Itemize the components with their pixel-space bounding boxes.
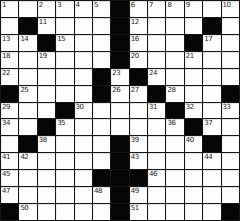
white-cell-r6c6[interactable] xyxy=(111,103,128,119)
black-cell-r2c10 xyxy=(185,35,202,51)
clue-number: 40 xyxy=(186,136,194,144)
black-cell-r5c0 xyxy=(1,86,18,102)
white-cell-r11c9[interactable] xyxy=(166,187,183,203)
black-cell-r7c10 xyxy=(185,119,202,135)
white-cell-r12c11[interactable] xyxy=(203,204,220,220)
white-cell-r3c12[interactable] xyxy=(222,52,239,68)
white-cell-r5c7[interactable]: 27 xyxy=(130,86,147,102)
white-cell-r12c3[interactable] xyxy=(56,204,73,220)
white-cell-r0c7[interactable]: 6 xyxy=(130,1,147,17)
clue-number: 17 xyxy=(204,35,212,43)
white-cell-r9c9[interactable] xyxy=(166,153,183,169)
clue-number: 3 xyxy=(57,1,61,9)
white-cell-r7c11[interactable]: 37 xyxy=(203,119,220,135)
clue-number: 9 xyxy=(186,1,190,9)
white-cell-r7c6[interactable] xyxy=(111,119,128,135)
white-cell-r6c10[interactable]: 32 xyxy=(185,103,202,119)
white-cell-r5c2[interactable] xyxy=(38,86,55,102)
white-cell-r8c5[interactable] xyxy=(93,136,110,152)
white-cell-r6c2[interactable] xyxy=(38,103,55,119)
white-cell-r10c2[interactable] xyxy=(38,170,55,186)
white-cell-r3c5[interactable] xyxy=(93,52,110,68)
white-cell-r11c7[interactable]: 49 xyxy=(130,187,147,203)
white-cell-r2c7[interactable]: 16 xyxy=(130,35,147,51)
white-cell-r11c5[interactable]: 48 xyxy=(93,187,110,203)
white-cell-r3c4[interactable] xyxy=(75,52,92,68)
white-cell-r11c4[interactable] xyxy=(75,187,92,203)
clue-number: 24 xyxy=(149,69,157,77)
white-cell-r7c7[interactable] xyxy=(130,119,147,135)
white-cell-r0c2[interactable]: 2 xyxy=(38,1,55,17)
white-cell-r3c2[interactable]: 19 xyxy=(38,52,55,68)
white-cell-r11c2[interactable] xyxy=(38,187,55,203)
white-cell-r7c1[interactable] xyxy=(19,119,36,135)
clue-number: 34 xyxy=(2,119,10,127)
white-cell-r6c4[interactable]: 30 xyxy=(75,103,92,119)
white-cell-r11c12[interactable] xyxy=(222,187,239,203)
white-cell-r9c1[interactable]: 42 xyxy=(19,153,36,169)
white-cell-r2c5[interactable] xyxy=(93,35,110,51)
black-cell-r6c3 xyxy=(56,103,73,119)
black-cell-r3c6 xyxy=(111,52,128,68)
white-cell-r5c4[interactable] xyxy=(75,86,92,102)
clue-number: 20 xyxy=(131,52,139,60)
white-cell-r5c1[interactable]: 25 xyxy=(19,86,36,102)
clue-number: 43 xyxy=(131,153,139,161)
white-cell-r0c11[interactable] xyxy=(203,1,220,17)
black-cell-r10c7 xyxy=(130,170,147,186)
white-cell-r10c1[interactable] xyxy=(19,170,36,186)
white-cell-r9c12[interactable] xyxy=(222,153,239,169)
white-cell-r6c8[interactable]: 31 xyxy=(148,103,165,119)
white-cell-r4c1[interactable] xyxy=(19,69,36,85)
white-cell-r9c10[interactable] xyxy=(185,153,202,169)
clue-number: 23 xyxy=(112,69,120,77)
clue-number: 25 xyxy=(20,86,28,94)
white-cell-r9c7[interactable]: 43 xyxy=(130,153,147,169)
white-cell-r11c0[interactable]: 47 xyxy=(1,187,18,203)
clue-number: 2 xyxy=(39,1,43,9)
clue-number: 22 xyxy=(2,69,10,77)
white-cell-r1c3[interactable] xyxy=(56,18,73,34)
black-cell-r1c6 xyxy=(111,18,128,34)
white-cell-r4c0[interactable]: 22 xyxy=(1,69,18,85)
white-cell-r2c0[interactable]: 13 xyxy=(1,35,18,51)
black-cell-r4c5 xyxy=(93,69,110,85)
white-cell-r0c4[interactable]: 4 xyxy=(75,1,92,17)
white-cell-r0c12[interactable]: 10 xyxy=(222,1,239,17)
white-cell-r11c11[interactable] xyxy=(203,187,220,203)
black-cell-r12c0 xyxy=(1,204,18,220)
black-cell-r7c2 xyxy=(38,119,55,135)
white-cell-r5c6[interactable]: 26 xyxy=(111,86,128,102)
white-cell-r6c11[interactable] xyxy=(203,103,220,119)
white-cell-r9c5[interactable] xyxy=(93,153,110,169)
black-cell-r1c1 xyxy=(19,18,36,34)
white-cell-r11c1[interactable] xyxy=(19,187,36,203)
clue-number: 33 xyxy=(223,103,231,111)
white-cell-r2c4[interactable] xyxy=(75,35,92,51)
clue-number: 27 xyxy=(131,86,139,94)
white-cell-r12c1[interactable]: 50 xyxy=(19,204,36,220)
white-cell-r4c6[interactable]: 23 xyxy=(111,69,128,85)
white-cell-r7c9[interactable]: 36 xyxy=(166,119,183,135)
clue-number: 37 xyxy=(204,119,212,127)
white-cell-r2c11[interactable]: 17 xyxy=(203,35,220,51)
clue-number: 51 xyxy=(131,204,139,212)
white-cell-r0c1[interactable] xyxy=(19,1,36,17)
white-cell-r4c10[interactable] xyxy=(185,69,202,85)
white-cell-r10c11[interactable] xyxy=(203,170,220,186)
clue-number: 48 xyxy=(94,187,102,195)
white-cell-r6c1[interactable] xyxy=(19,103,36,119)
white-cell-r10c8[interactable]: 46 xyxy=(148,170,165,186)
white-cell-r11c8[interactable] xyxy=(148,187,165,203)
black-cell-r12c12 xyxy=(222,204,239,220)
clue-number: 10 xyxy=(223,1,231,9)
clue-number: 14 xyxy=(20,35,28,43)
white-cell-r8c2[interactable]: 38 xyxy=(38,136,55,152)
white-cell-r2c12[interactable] xyxy=(222,35,239,51)
white-cell-r6c5[interactable] xyxy=(93,103,110,119)
clue-number: 6 xyxy=(131,1,135,9)
white-cell-r5c11[interactable] xyxy=(203,86,220,102)
white-cell-r3c9[interactable] xyxy=(166,52,183,68)
white-cell-r0c5[interactable]: 5 xyxy=(93,1,110,17)
white-cell-r8c8[interactable] xyxy=(148,136,165,152)
clue-number: 41 xyxy=(2,153,10,161)
clue-number: 36 xyxy=(167,119,175,127)
white-cell-r2c1[interactable]: 14 xyxy=(19,35,36,51)
clue-number: 44 xyxy=(204,153,212,161)
black-cell-r5c5 xyxy=(93,86,110,102)
white-cell-r12c5[interactable] xyxy=(93,204,110,220)
white-cell-r7c12[interactable] xyxy=(222,119,239,135)
white-cell-r10c3[interactable] xyxy=(56,170,73,186)
white-cell-r1c5[interactable] xyxy=(93,18,110,34)
white-cell-r4c4[interactable] xyxy=(75,69,92,85)
white-cell-r4c8[interactable]: 24 xyxy=(148,69,165,85)
white-cell-r7c4[interactable] xyxy=(75,119,92,135)
black-cell-r8c11 xyxy=(203,136,220,152)
clue-number: 46 xyxy=(149,170,157,178)
black-cell-r11c6 xyxy=(111,187,128,203)
black-cell-r2c6 xyxy=(111,35,128,51)
clue-number: 16 xyxy=(131,35,139,43)
black-cell-r8c6 xyxy=(111,136,128,152)
white-cell-r7c8[interactable] xyxy=(148,119,165,135)
clue-number: 19 xyxy=(39,52,47,60)
white-cell-r7c3[interactable]: 35 xyxy=(56,119,73,135)
white-cell-r3c11[interactable] xyxy=(203,52,220,68)
white-cell-r7c0[interactable]: 34 xyxy=(1,119,18,135)
white-cell-r8c12[interactable] xyxy=(222,136,239,152)
white-cell-r8c4[interactable] xyxy=(75,136,92,152)
white-cell-r1c10[interactable] xyxy=(185,18,202,34)
clue-number: 49 xyxy=(131,187,139,195)
white-cell-r5c9[interactable]: 28 xyxy=(166,86,183,102)
black-cell-r10c5 xyxy=(93,170,110,186)
white-cell-r2c8[interactable] xyxy=(148,35,165,51)
black-cell-r8c1 xyxy=(19,136,36,152)
white-cell-r8c7[interactable]: 39 xyxy=(130,136,147,152)
white-cell-r9c11[interactable]: 44 xyxy=(203,153,220,169)
white-cell-r0c3[interactable]: 3 xyxy=(56,1,73,17)
clue-number: 38 xyxy=(39,136,47,144)
clue-number: 35 xyxy=(57,119,65,127)
white-cell-r1c8[interactable] xyxy=(148,18,165,34)
black-cell-r5c12 xyxy=(222,86,239,102)
white-cell-r1c7[interactable]: 12 xyxy=(130,18,147,34)
white-cell-r1c4[interactable] xyxy=(75,18,92,34)
white-cell-r3c8[interactable] xyxy=(148,52,165,68)
white-cell-r9c4[interactable] xyxy=(75,153,92,169)
white-cell-r3c0[interactable]: 18 xyxy=(1,52,18,68)
white-cell-r10c0[interactable]: 45 xyxy=(1,170,18,186)
white-cell-r12c2[interactable] xyxy=(38,204,55,220)
clue-number: 45 xyxy=(2,170,10,178)
clue-number: 1 xyxy=(2,1,6,9)
clue-number: 42 xyxy=(20,153,28,161)
clue-number: 29 xyxy=(2,103,10,111)
black-cell-r0c6 xyxy=(111,1,128,17)
white-cell-r8c10[interactable]: 40 xyxy=(185,136,202,152)
clue-number: 7 xyxy=(149,1,153,9)
white-cell-r7c5[interactable] xyxy=(93,119,110,135)
white-cell-r9c2[interactable] xyxy=(38,153,55,169)
clue-number: 50 xyxy=(20,204,28,212)
white-cell-r3c7[interactable]: 20 xyxy=(130,52,147,68)
clue-number: 39 xyxy=(131,136,139,144)
white-cell-r10c12[interactable] xyxy=(222,170,239,186)
black-cell-r12c6 xyxy=(111,204,128,220)
white-cell-r12c8[interactable] xyxy=(148,204,165,220)
white-cell-r4c12[interactable] xyxy=(222,69,239,85)
white-cell-r9c0[interactable]: 41 xyxy=(1,153,18,169)
white-cell-r0c10[interactable]: 9 xyxy=(185,1,202,17)
clue-number: 28 xyxy=(167,86,175,94)
white-cell-r0c8[interactable]: 7 xyxy=(148,1,165,17)
clue-number: 4 xyxy=(76,1,80,9)
white-cell-r10c10[interactable] xyxy=(185,170,202,186)
clue-number: 13 xyxy=(2,35,10,43)
white-cell-r11c10[interactable] xyxy=(185,187,202,203)
white-cell-r8c3[interactable] xyxy=(56,136,73,152)
black-cell-r9c6 xyxy=(111,153,128,169)
white-cell-r0c0[interactable]: 1 xyxy=(1,1,18,17)
white-cell-r12c4[interactable] xyxy=(75,204,92,220)
clue-number: 47 xyxy=(2,187,10,195)
white-cell-r0c9[interactable]: 8 xyxy=(166,1,183,17)
clue-number: 12 xyxy=(131,18,139,26)
white-cell-r11c3[interactable] xyxy=(56,187,73,203)
white-cell-r12c7[interactable]: 51 xyxy=(130,204,147,220)
white-cell-r1c2[interactable]: 11 xyxy=(38,18,55,34)
clue-number: 18 xyxy=(2,52,10,60)
black-cell-r4c7 xyxy=(130,69,147,85)
white-cell-r5c3[interactable] xyxy=(56,86,73,102)
clue-number: 8 xyxy=(167,1,171,9)
white-cell-r10c9[interactable] xyxy=(166,170,183,186)
clue-number: 26 xyxy=(112,86,120,94)
white-cell-r3c3[interactable] xyxy=(56,52,73,68)
white-cell-r12c9[interactable] xyxy=(166,204,183,220)
clue-number: 21 xyxy=(186,52,194,60)
white-cell-r5c10[interactable] xyxy=(185,86,202,102)
black-cell-r5c8 xyxy=(148,86,165,102)
white-cell-r3c1[interactable] xyxy=(19,52,36,68)
white-cell-r9c3[interactable] xyxy=(56,153,73,169)
black-cell-r1c11 xyxy=(203,18,220,34)
white-cell-r6c0[interactable]: 29 xyxy=(1,103,18,119)
white-cell-r9c8[interactable] xyxy=(148,153,165,169)
white-cell-r1c9[interactable] xyxy=(166,18,183,34)
white-cell-r6c7[interactable] xyxy=(130,103,147,119)
white-cell-r10c4[interactable] xyxy=(75,170,92,186)
white-cell-r3c10[interactable]: 21 xyxy=(185,52,202,68)
white-cell-r4c9[interactable] xyxy=(166,69,183,85)
clue-number: 32 xyxy=(186,103,194,111)
white-cell-r12c10[interactable] xyxy=(185,204,202,220)
clue-number: 30 xyxy=(76,103,84,111)
black-cell-r6c9 xyxy=(166,103,183,119)
white-cell-r8c9[interactable] xyxy=(166,136,183,152)
clue-number: 31 xyxy=(149,103,157,111)
white-cell-r8c0[interactable] xyxy=(1,136,18,152)
black-cell-r10c6 xyxy=(111,170,128,186)
white-cell-r6c12[interactable]: 33 xyxy=(222,103,239,119)
white-cell-r1c0[interactable] xyxy=(1,18,18,34)
white-cell-r2c3[interactable]: 15 xyxy=(56,35,73,51)
clue-number: 15 xyxy=(57,35,65,43)
black-cell-r2c2 xyxy=(38,35,55,51)
white-cell-r4c2[interactable] xyxy=(38,69,55,85)
white-cell-r4c11[interactable] xyxy=(203,69,220,85)
clue-number: 5 xyxy=(94,1,98,9)
white-cell-r4c3[interactable] xyxy=(56,69,73,85)
clue-number: 11 xyxy=(39,18,47,26)
white-cell-r1c12[interactable] xyxy=(222,18,239,34)
crossword-grid: 1234567891011121314151617181920212223242… xyxy=(0,0,240,221)
white-cell-r2c9[interactable] xyxy=(166,35,183,51)
